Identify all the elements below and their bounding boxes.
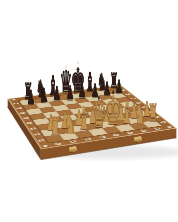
- brass-clasp: [70, 146, 78, 152]
- coordinate-label-B: B: [70, 140, 77, 143]
- coordinate-label-4: 4: [26, 122, 32, 124]
- coordinate-label-2: 2: [34, 133, 40, 135]
- corner-inlay-dot: [116, 86, 120, 87]
- coordinate-label-E: E: [113, 134, 120, 136]
- coordinate-label-8: 8: [120, 89, 126, 91]
- coordinate-label-G: G: [141, 130, 148, 132]
- product-photo-scene: A88B77C66D55E44F33G22H11 ♜♞♝♛♚♝♞♜♟♟♟♟♟♟♟…: [0, 0, 178, 222]
- corner-inlay-dot: [167, 126, 172, 128]
- coordinate-label-4: 4: [141, 106, 147, 108]
- coordinate-label-F: F: [127, 132, 134, 134]
- coordinate-label-7: 7: [16, 107, 22, 109]
- coordinate-label-3: 3: [30, 128, 36, 130]
- coordinate-label-H: H: [154, 127, 161, 129]
- coordinate-label-1: 1: [160, 121, 167, 123]
- coordinate-label-5: 5: [136, 102, 142, 104]
- coordinate-label-D: D: [99, 136, 106, 139]
- coordinate-label-A: A: [55, 143, 62, 146]
- brass-clasp: [135, 136, 143, 142]
- corner-inlay-dot: [42, 145, 47, 147]
- corner-inlay-dot: [11, 99, 15, 100]
- coordinate-label-5: 5: [23, 117, 29, 119]
- coordinate-label-C: C: [84, 138, 91, 141]
- coordinate-label-3: 3: [147, 111, 153, 113]
- coordinate-label-6: 6: [19, 112, 25, 114]
- coordinate-label-8: 8: [13, 103, 19, 105]
- coordinate-label-2: 2: [153, 116, 159, 118]
- coordinate-label-7: 7: [125, 93, 131, 95]
- coordinate-label-6: 6: [130, 97, 136, 99]
- coordinate-label-1: 1: [38, 139, 45, 142]
